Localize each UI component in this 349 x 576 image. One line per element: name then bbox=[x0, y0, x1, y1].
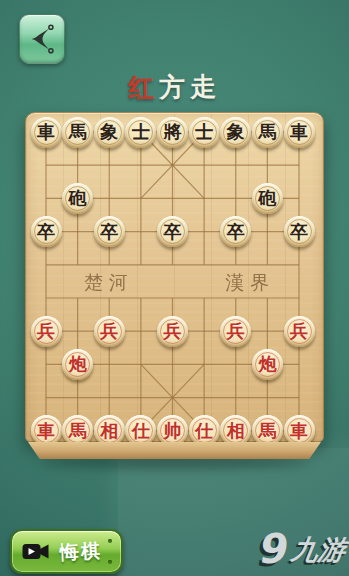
video-camera-icon bbox=[22, 542, 50, 561]
scroll-arrow-left-icon bbox=[27, 21, 57, 57]
board-wooden-base bbox=[28, 442, 321, 459]
piece-glyph: 砲 bbox=[69, 189, 87, 207]
undo-button-label: 悔棋 bbox=[59, 537, 102, 565]
piece-glyph: 兵 bbox=[100, 322, 118, 340]
piece-red-elephant[interactable]: 相 bbox=[94, 415, 125, 446]
piece-glyph: 象 bbox=[100, 123, 118, 141]
piece-glyph: 車 bbox=[290, 422, 308, 440]
piece-glyph: 兵 bbox=[164, 322, 182, 340]
piece-black-horse[interactable]: 馬 bbox=[252, 117, 283, 148]
piece-black-cannon[interactable]: 砲 bbox=[252, 183, 283, 214]
piece-glyph: 馬 bbox=[258, 422, 276, 440]
piece-black-general[interactable]: 將 bbox=[157, 117, 188, 148]
piece-red-soldier[interactable]: 兵 bbox=[157, 316, 188, 347]
piece-glyph: 仕 bbox=[132, 422, 150, 440]
piece-glyph: 士 bbox=[195, 123, 213, 141]
piece-red-chariot[interactable]: 車 bbox=[284, 415, 315, 446]
piece-black-soldier[interactable]: 卒 bbox=[94, 216, 125, 247]
piece-glyph: 卒 bbox=[100, 223, 118, 241]
piece-black-cannon[interactable]: 砲 bbox=[62, 183, 93, 214]
xiangqi-board: 楚河 漢界 車馬象士將士象馬車砲砲卒卒卒卒卒兵兵兵兵兵炮炮車馬相仕帅仕相馬車 bbox=[25, 112, 324, 460]
piece-red-chariot[interactable]: 車 bbox=[31, 415, 62, 446]
piece-black-soldier[interactable]: 卒 bbox=[220, 216, 251, 247]
piece-glyph: 卒 bbox=[290, 223, 308, 241]
piece-glyph: 馬 bbox=[69, 123, 87, 141]
piece-black-soldier[interactable]: 卒 bbox=[31, 216, 62, 247]
piece-glyph: 砲 bbox=[258, 189, 276, 207]
piece-red-soldier[interactable]: 兵 bbox=[94, 316, 125, 347]
piece-red-soldier[interactable]: 兵 bbox=[31, 316, 62, 347]
board-face[interactable]: 楚河 漢界 車馬象士將士象馬車砲砲卒卒卒卒卒兵兵兵兵兵炮炮車馬相仕帅仕相馬車 bbox=[25, 112, 324, 442]
piece-glyph: 士 bbox=[132, 123, 150, 141]
piece-black-advisor[interactable]: 士 bbox=[125, 117, 156, 148]
piece-glyph: 車 bbox=[37, 123, 55, 141]
piece-glyph: 炮 bbox=[69, 355, 87, 373]
pieces-layer: 車馬象士將士象馬車砲砲卒卒卒卒卒兵兵兵兵兵炮炮車馬相仕帅仕相馬車 bbox=[26, 113, 325, 443]
piece-black-chariot[interactable]: 車 bbox=[284, 117, 315, 148]
9game-logo-text: 九游 bbox=[290, 536, 348, 563]
piece-glyph: 將 bbox=[164, 123, 182, 141]
piece-glyph: 車 bbox=[290, 123, 308, 141]
button-rivet-dot bbox=[108, 539, 112, 543]
piece-red-general[interactable]: 帅 bbox=[157, 415, 188, 446]
piece-glyph: 兵 bbox=[290, 322, 308, 340]
piece-glyph: 炮 bbox=[258, 355, 276, 373]
piece-glyph: 車 bbox=[37, 422, 55, 440]
piece-black-soldier[interactable]: 卒 bbox=[157, 216, 188, 247]
piece-glyph: 仕 bbox=[195, 422, 213, 440]
piece-glyph: 帅 bbox=[164, 422, 182, 440]
piece-black-advisor[interactable]: 士 bbox=[189, 117, 220, 148]
9game-watermark: 9 九游 bbox=[257, 529, 349, 570]
piece-red-cannon[interactable]: 炮 bbox=[252, 349, 283, 380]
piece-black-horse[interactable]: 馬 bbox=[62, 117, 93, 148]
piece-red-horse[interactable]: 馬 bbox=[252, 415, 283, 446]
piece-glyph: 相 bbox=[100, 422, 118, 440]
piece-black-chariot[interactable]: 車 bbox=[31, 117, 62, 148]
piece-red-advisor[interactable]: 仕 bbox=[125, 415, 156, 446]
piece-glyph: 馬 bbox=[258, 123, 276, 141]
piece-black-soldier[interactable]: 卒 bbox=[284, 216, 315, 247]
piece-black-elephant[interactable]: 象 bbox=[220, 117, 251, 148]
button-rivet-dot bbox=[108, 560, 112, 564]
turn-title-rest: 方走 bbox=[159, 71, 222, 102]
piece-glyph: 卒 bbox=[37, 223, 55, 241]
undo-move-button[interactable]: 悔棋 bbox=[10, 529, 123, 574]
piece-red-soldier[interactable]: 兵 bbox=[284, 316, 315, 347]
piece-red-horse[interactable]: 馬 bbox=[62, 415, 93, 446]
piece-red-cannon[interactable]: 炮 bbox=[62, 349, 93, 380]
piece-glyph: 象 bbox=[227, 123, 245, 141]
piece-black-elephant[interactable]: 象 bbox=[94, 117, 125, 148]
back-button[interactable] bbox=[19, 14, 65, 64]
piece-glyph: 卒 bbox=[227, 223, 245, 241]
piece-red-advisor[interactable]: 仕 bbox=[189, 415, 220, 446]
piece-red-elephant[interactable]: 相 bbox=[220, 415, 251, 446]
piece-glyph: 兵 bbox=[37, 322, 55, 340]
turn-indicator-title: 红方走 bbox=[0, 67, 349, 108]
piece-red-soldier[interactable]: 兵 bbox=[220, 316, 251, 347]
turn-title-red-char: 红 bbox=[128, 72, 160, 103]
piece-glyph: 馬 bbox=[69, 422, 87, 440]
piece-glyph: 卒 bbox=[164, 223, 182, 241]
9game-logo-icon: 9 bbox=[257, 529, 292, 570]
piece-glyph: 相 bbox=[227, 422, 245, 440]
game-screen: 红方走 楚河 漢界 車馬象士將士象馬車砲砲卒卒卒卒卒兵兵兵兵兵炮炮車馬相仕帅仕相… bbox=[0, 0, 349, 576]
piece-glyph: 兵 bbox=[227, 322, 245, 340]
